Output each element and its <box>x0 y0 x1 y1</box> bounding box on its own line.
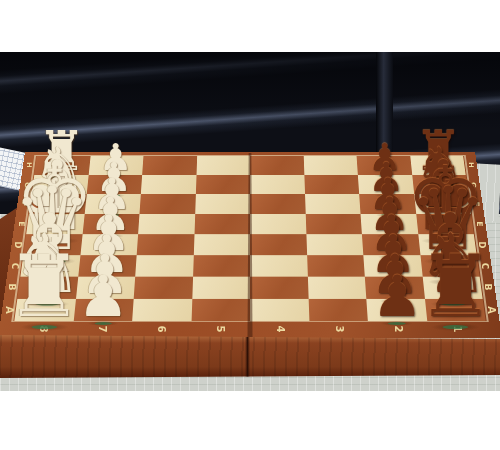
felt-base <box>388 322 405 325</box>
square-a3[interactable] <box>308 298 368 320</box>
square-b3[interactable] <box>307 277 366 299</box>
square-e6[interactable] <box>138 214 195 234</box>
pawn-glyph: ♟ <box>371 268 422 325</box>
white-rook[interactable]: ♜ <box>6 243 83 329</box>
square-h4[interactable] <box>250 156 304 175</box>
square-f6[interactable] <box>139 194 195 214</box>
square-f3[interactable] <box>305 194 361 214</box>
board-hinge-seam <box>245 332 250 378</box>
square-h3[interactable] <box>303 156 358 175</box>
square-e5[interactable] <box>194 214 250 234</box>
square-c6[interactable] <box>135 255 193 276</box>
rook-glyph: ♜ <box>6 243 83 329</box>
square-h5[interactable] <box>196 156 250 175</box>
felt-base <box>94 322 111 325</box>
square-g4[interactable] <box>250 175 305 194</box>
square-d4[interactable] <box>250 234 307 255</box>
square-a6[interactable] <box>132 298 192 320</box>
square-c3[interactable] <box>307 255 365 276</box>
black-pawn[interactable]: ♟ <box>371 268 422 325</box>
square-b4[interactable] <box>250 277 308 299</box>
square-c4[interactable] <box>250 255 307 276</box>
square-g3[interactable] <box>304 175 359 194</box>
square-f5[interactable] <box>195 194 250 214</box>
board-box-side <box>0 332 500 378</box>
white-margin-top <box>0 0 500 52</box>
square-e3[interactable] <box>305 214 362 234</box>
white-margin-bottom <box>0 391 500 450</box>
square-d5[interactable] <box>193 234 250 255</box>
pawn-glyph: ♟ <box>77 268 128 325</box>
square-b6[interactable] <box>134 277 193 299</box>
square-c5[interactable] <box>193 255 250 276</box>
square-a4[interactable] <box>250 298 309 320</box>
square-f4[interactable] <box>250 194 305 214</box>
square-d6[interactable] <box>137 234 194 255</box>
white-pawn[interactable]: ♟ <box>77 268 128 325</box>
black-rook[interactable]: ♜ <box>417 243 494 329</box>
square-g6[interactable] <box>141 175 196 194</box>
square-a5[interactable] <box>191 298 250 320</box>
square-b5[interactable] <box>192 277 250 299</box>
rook-glyph: ♜ <box>417 243 494 329</box>
square-g5[interactable] <box>195 175 250 194</box>
square-d3[interactable] <box>306 234 363 255</box>
square-h6[interactable] <box>142 156 197 175</box>
chess-photo-scene: 87654321HHGGFFEEDDCCBBAA♜♟♟♜♞♟♟♞♝♟♟♝♚♟♟♚… <box>0 0 500 450</box>
square-e4[interactable] <box>250 214 306 234</box>
